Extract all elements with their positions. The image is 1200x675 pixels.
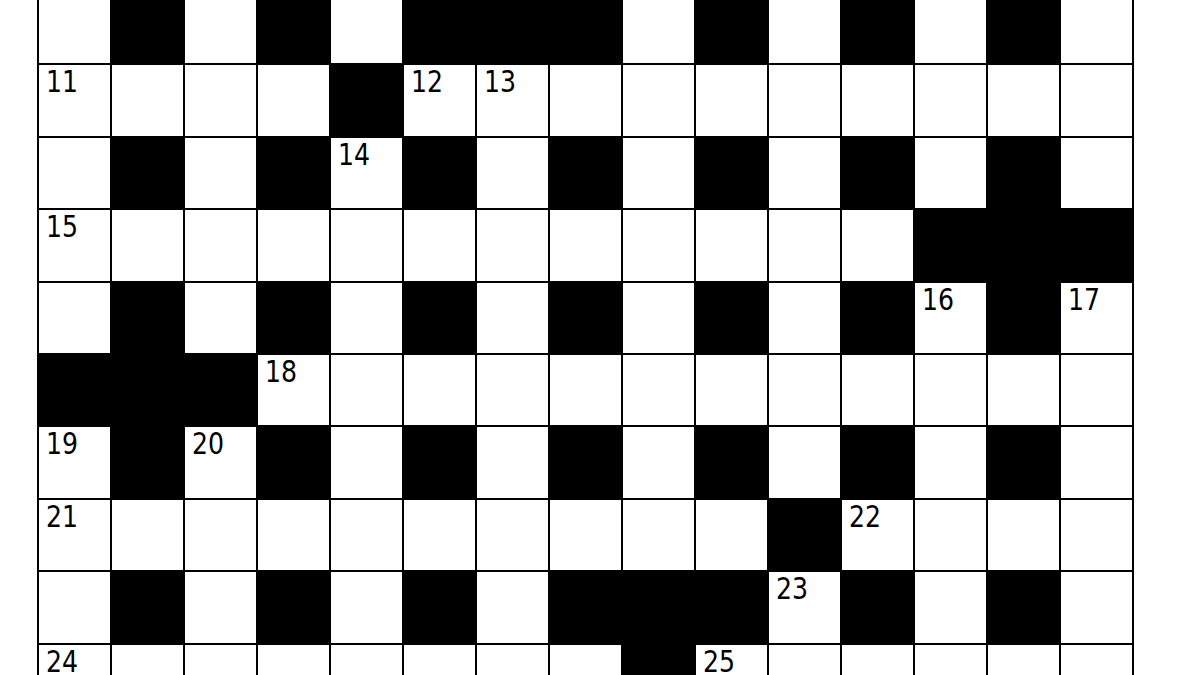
cell-r6c7-black <box>549 426 622 498</box>
cell-r8c12-white[interactable] <box>914 571 987 643</box>
cell-r5c0-black <box>38 354 111 426</box>
cell-r1c1-white[interactable] <box>111 64 184 136</box>
cell-r8c0-white[interactable] <box>38 571 111 643</box>
cell-r7c6-white[interactable] <box>476 499 549 571</box>
cell-r6c6-white[interactable] <box>476 426 549 498</box>
clue-number-20: 20 <box>192 429 224 459</box>
cell-r1c10-white[interactable] <box>768 64 841 136</box>
crossword-grid: 111213141516171819202122232425 <box>37 0 1134 675</box>
cell-r2c11-black <box>841 137 914 209</box>
cell-r6c10-white[interactable] <box>768 426 841 498</box>
cell-r1c2-white[interactable] <box>184 64 257 136</box>
cell-r0c8-white[interactable] <box>622 0 695 64</box>
cell-r8c11-black <box>841 571 914 643</box>
cell-r6c1-black <box>111 426 184 498</box>
cell-r1c11-white[interactable] <box>841 64 914 136</box>
cell-r3c6-white[interactable] <box>476 209 549 281</box>
cell-r8c2-white[interactable] <box>184 571 257 643</box>
cell-r3c5-white[interactable] <box>403 209 476 281</box>
cell-r0c1-black <box>111 0 184 64</box>
cell-r4c8-white[interactable] <box>622 282 695 354</box>
cell-r4c10-white[interactable] <box>768 282 841 354</box>
clue-number-11: 11 <box>46 67 78 97</box>
cell-r5c2-black <box>184 354 257 426</box>
cell-r3c0-white[interactable]: 15 <box>38 209 111 281</box>
cell-r9c12-white[interactable] <box>914 644 987 675</box>
cell-r7c4-white[interactable] <box>330 499 403 571</box>
cell-r2c5-black <box>403 137 476 209</box>
cell-r2c8-white[interactable] <box>622 137 695 209</box>
clue-number-24: 24 <box>46 647 78 675</box>
cell-r8c5-black <box>403 571 476 643</box>
cell-r6c13-black <box>987 426 1060 498</box>
cell-r5c12-white[interactable] <box>914 354 987 426</box>
cell-r2c9-black <box>695 137 768 209</box>
cell-r9c14-white[interactable] <box>1060 644 1133 675</box>
crossword-page: 111213141516171819202122232425 <box>0 0 1200 675</box>
cell-r2c1-black <box>111 137 184 209</box>
cell-r0c12-white[interactable] <box>914 0 987 64</box>
cell-r3c13-black <box>987 209 1060 281</box>
cell-r1c7-white[interactable] <box>549 64 622 136</box>
cell-r2c2-white[interactable] <box>184 137 257 209</box>
cell-r4c3-black <box>257 282 330 354</box>
cell-r4c1-black <box>111 282 184 354</box>
cell-r3c8-white[interactable] <box>622 209 695 281</box>
cell-r7c10-black <box>768 499 841 571</box>
cell-r0c0-white[interactable] <box>38 0 111 64</box>
cell-r1c9-white[interactable] <box>695 64 768 136</box>
cell-r4c9-black <box>695 282 768 354</box>
cell-r1c14-white[interactable] <box>1060 64 1133 136</box>
cell-r8c1-black <box>111 571 184 643</box>
cell-r0c7-black <box>549 0 622 64</box>
cell-r5c4-white[interactable] <box>330 354 403 426</box>
cell-r5c1-black <box>111 354 184 426</box>
cell-r7c1-white[interactable] <box>111 499 184 571</box>
cell-r1c4-black <box>330 64 403 136</box>
cell-r7c14-white[interactable] <box>1060 499 1133 571</box>
cell-r6c9-black <box>695 426 768 498</box>
cell-r4c12-white[interactable]: 16 <box>914 282 987 354</box>
cell-r7c11-white[interactable]: 22 <box>841 499 914 571</box>
cell-r5c13-white[interactable] <box>987 354 1060 426</box>
cell-r4c13-black <box>987 282 1060 354</box>
cell-r2c14-white[interactable] <box>1060 137 1133 209</box>
cell-r9c4-white[interactable] <box>330 644 403 675</box>
cell-r5c10-white[interactable] <box>768 354 841 426</box>
cell-r8c7-black <box>549 571 622 643</box>
cell-r1c3-white[interactable] <box>257 64 330 136</box>
cell-r7c8-white[interactable] <box>622 499 695 571</box>
clue-number-22: 22 <box>849 502 881 532</box>
clue-number-21: 21 <box>46 502 78 532</box>
clue-number-14: 14 <box>338 140 370 170</box>
clue-number-25: 25 <box>703 647 735 675</box>
cell-r8c10-white[interactable]: 23 <box>768 571 841 643</box>
cell-r5c5-white[interactable] <box>403 354 476 426</box>
cell-r2c7-black <box>549 137 622 209</box>
cell-r9c1-white[interactable] <box>111 644 184 675</box>
cell-r2c4-white[interactable]: 14 <box>330 137 403 209</box>
cell-r2c12-white[interactable] <box>914 137 987 209</box>
cell-r5c6-white[interactable] <box>476 354 549 426</box>
clue-number-16: 16 <box>922 285 954 315</box>
cell-r4c7-black <box>549 282 622 354</box>
cell-r1c0-white[interactable]: 11 <box>38 64 111 136</box>
cell-r0c13-black <box>987 0 1060 64</box>
cell-r7c12-white[interactable] <box>914 499 987 571</box>
cell-r6c5-black <box>403 426 476 498</box>
cell-r4c0-white[interactable] <box>38 282 111 354</box>
cell-r8c14-white[interactable] <box>1060 571 1133 643</box>
cell-r2c13-black <box>987 137 1060 209</box>
cell-r3c4-white[interactable] <box>330 209 403 281</box>
cell-r7c0-white[interactable]: 21 <box>38 499 111 571</box>
cell-r9c13-white[interactable] <box>987 644 1060 675</box>
cell-r0c2-white[interactable] <box>184 0 257 64</box>
cell-r8c9-black <box>695 571 768 643</box>
cell-r3c9-white[interactable] <box>695 209 768 281</box>
cell-r0c14-white[interactable] <box>1060 0 1133 64</box>
cell-r5c7-white[interactable] <box>549 354 622 426</box>
cell-r5c3-white[interactable]: 18 <box>257 354 330 426</box>
cell-r3c2-white[interactable] <box>184 209 257 281</box>
cell-r1c12-white[interactable] <box>914 64 987 136</box>
cell-r6c3-black <box>257 426 330 498</box>
cell-r9c10-white[interactable] <box>768 644 841 675</box>
cell-r3c7-white[interactable] <box>549 209 622 281</box>
cell-r6c0-white[interactable]: 19 <box>38 426 111 498</box>
clue-number-15: 15 <box>46 212 78 242</box>
cell-r0c5-black <box>403 0 476 64</box>
cell-r6c14-white[interactable] <box>1060 426 1133 498</box>
cell-r0c11-black <box>841 0 914 64</box>
cell-r6c8-white[interactable] <box>622 426 695 498</box>
cell-r2c3-black <box>257 137 330 209</box>
cell-r3c1-white[interactable] <box>111 209 184 281</box>
cell-r1c6-white[interactable]: 13 <box>476 64 549 136</box>
cell-r5c14-white[interactable] <box>1060 354 1133 426</box>
clue-number-23: 23 <box>776 574 808 604</box>
cell-r2c0-white[interactable] <box>38 137 111 209</box>
cell-r9c2-white[interactable] <box>184 644 257 675</box>
cell-r8c8-black <box>622 571 695 643</box>
cell-r9c8-black <box>622 644 695 675</box>
cell-r3c10-white[interactable] <box>768 209 841 281</box>
cell-r3c11-white[interactable] <box>841 209 914 281</box>
cell-r0c4-white[interactable] <box>330 0 403 64</box>
cell-r4c2-white[interactable] <box>184 282 257 354</box>
cell-r1c8-white[interactable] <box>622 64 695 136</box>
cell-r4c14-white[interactable]: 17 <box>1060 282 1133 354</box>
cell-r0c9-black <box>695 0 768 64</box>
clue-number-18: 18 <box>265 357 297 387</box>
cell-r9c0-white[interactable]: 24 <box>38 644 111 675</box>
cell-r8c6-white[interactable] <box>476 571 549 643</box>
cell-r1c5-white[interactable]: 12 <box>403 64 476 136</box>
cell-r2c10-white[interactable] <box>768 137 841 209</box>
cell-r6c11-black <box>841 426 914 498</box>
cell-r5c8-white[interactable] <box>622 354 695 426</box>
clue-number-13: 13 <box>484 67 516 97</box>
cell-r9c11-white[interactable] <box>841 644 914 675</box>
cell-r8c13-black <box>987 571 1060 643</box>
cell-r9c7-white[interactable] <box>549 644 622 675</box>
cell-r0c6-black <box>476 0 549 64</box>
cell-r4c6-white[interactable] <box>476 282 549 354</box>
cell-r3c3-white[interactable] <box>257 209 330 281</box>
cell-r9c5-white[interactable] <box>403 644 476 675</box>
cell-r7c3-white[interactable] <box>257 499 330 571</box>
cell-r1c13-white[interactable] <box>987 64 1060 136</box>
cell-r5c9-white[interactable] <box>695 354 768 426</box>
cell-r7c5-white[interactable] <box>403 499 476 571</box>
cell-r3c12-black <box>914 209 987 281</box>
cell-r9c3-white[interactable] <box>257 644 330 675</box>
cell-r8c4-white[interactable] <box>330 571 403 643</box>
cell-r7c9-white[interactable] <box>695 499 768 571</box>
cell-r4c5-black <box>403 282 476 354</box>
cell-r7c7-white[interactable] <box>549 499 622 571</box>
cell-r7c2-white[interactable] <box>184 499 257 571</box>
cell-r5c11-white[interactable] <box>841 354 914 426</box>
cell-r7c13-white[interactable] <box>987 499 1060 571</box>
cell-r4c11-black <box>841 282 914 354</box>
cell-r0c3-black <box>257 0 330 64</box>
cell-r9c6-white[interactable] <box>476 644 549 675</box>
clue-number-17: 17 <box>1068 285 1100 315</box>
cell-r6c2-white[interactable]: 20 <box>184 426 257 498</box>
cell-r9c9-white[interactable]: 25 <box>695 644 768 675</box>
cell-r3c14-black <box>1060 209 1133 281</box>
cell-r6c12-white[interactable] <box>914 426 987 498</box>
cell-r4c4-white[interactable] <box>330 282 403 354</box>
clue-number-19: 19 <box>46 429 78 459</box>
cell-r0c10-white[interactable] <box>768 0 841 64</box>
clue-number-12: 12 <box>411 67 443 97</box>
cell-r2c6-white[interactable] <box>476 137 549 209</box>
cell-r6c4-white[interactable] <box>330 426 403 498</box>
cell-r8c3-black <box>257 571 330 643</box>
